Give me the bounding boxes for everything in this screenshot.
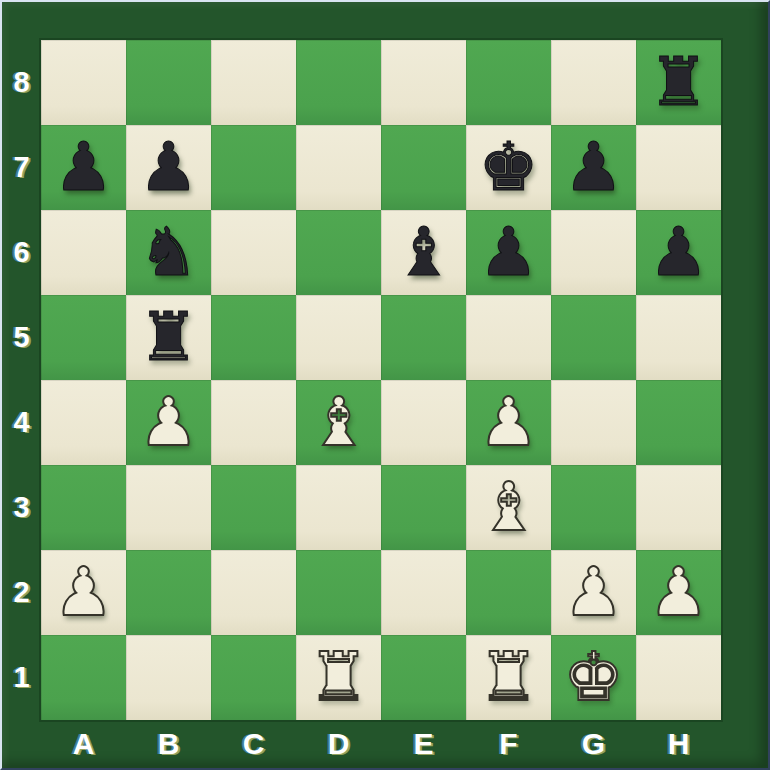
square-d3[interactable]: [296, 465, 381, 550]
file-labels: ABCDEFGH: [41, 720, 721, 768]
square-h8[interactable]: ♜: [636, 40, 721, 125]
square-f3[interactable]: ♝: [466, 465, 551, 550]
square-g6[interactable]: [551, 210, 636, 295]
square-d8[interactable]: [296, 40, 381, 125]
file-label-d: D: [296, 720, 381, 768]
square-a6[interactable]: [41, 210, 126, 295]
square-e6[interactable]: ♝: [381, 210, 466, 295]
piece-black-pawn-h6[interactable]: ♟: [648, 210, 708, 295]
square-b5[interactable]: ♜: [126, 295, 211, 380]
rank-label-3: 3: [2, 465, 41, 550]
square-b1[interactable]: [126, 635, 211, 720]
file-label-g: G: [551, 720, 636, 768]
square-a7[interactable]: ♟: [41, 125, 126, 210]
square-h3[interactable]: [636, 465, 721, 550]
piece-black-king-f7[interactable]: ♚: [478, 125, 538, 210]
square-e7[interactable]: [381, 125, 466, 210]
square-h1[interactable]: [636, 635, 721, 720]
piece-black-knight-b6[interactable]: ♞: [138, 210, 198, 295]
square-g2[interactable]: ♟: [551, 550, 636, 635]
square-h5[interactable]: [636, 295, 721, 380]
rank-label-2: 2: [2, 550, 41, 635]
file-label-a: A: [41, 720, 126, 768]
square-h4[interactable]: [636, 380, 721, 465]
square-g3[interactable]: [551, 465, 636, 550]
rank-label-6: 6: [2, 210, 41, 295]
square-f2[interactable]: [466, 550, 551, 635]
piece-white-bishop-d4[interactable]: ♝: [308, 380, 368, 465]
square-a8[interactable]: [41, 40, 126, 125]
square-d2[interactable]: [296, 550, 381, 635]
square-f8[interactable]: [466, 40, 551, 125]
square-f6[interactable]: ♟: [466, 210, 551, 295]
square-h2[interactable]: ♟: [636, 550, 721, 635]
square-e3[interactable]: [381, 465, 466, 550]
piece-white-rook-f1[interactable]: ♜: [478, 635, 538, 720]
board-frame: 87654321 ♜♟♟♚♟♞♝♟♟♜♟♝♟♝♟♟♟♜♜♚ ABCDEFGH: [0, 0, 770, 770]
square-a4[interactable]: [41, 380, 126, 465]
square-d5[interactable]: [296, 295, 381, 380]
rank-label-5: 5: [2, 295, 41, 380]
square-g8[interactable]: [551, 40, 636, 125]
piece-black-rook-b5[interactable]: ♜: [138, 295, 198, 380]
piece-black-pawn-g7[interactable]: ♟: [563, 125, 623, 210]
square-c1[interactable]: [211, 635, 296, 720]
square-f7[interactable]: ♚: [466, 125, 551, 210]
file-label-e: E: [381, 720, 466, 768]
rank-label-8: 8: [2, 40, 41, 125]
piece-black-pawn-f6[interactable]: ♟: [478, 210, 538, 295]
rank-label-4: 4: [2, 380, 41, 465]
piece-white-king-g1[interactable]: ♚: [563, 635, 623, 720]
rank-label-1: 1: [2, 635, 41, 720]
square-b7[interactable]: ♟: [126, 125, 211, 210]
piece-black-pawn-b7[interactable]: ♟: [138, 125, 198, 210]
square-d4[interactable]: ♝: [296, 380, 381, 465]
rank-label-7: 7: [2, 125, 41, 210]
piece-white-pawn-h2[interactable]: ♟: [648, 550, 708, 635]
piece-white-rook-d1[interactable]: ♜: [308, 635, 368, 720]
square-d7[interactable]: [296, 125, 381, 210]
file-label-f: F: [466, 720, 551, 768]
square-e5[interactable]: [381, 295, 466, 380]
file-label-h: H: [636, 720, 721, 768]
square-c2[interactable]: [211, 550, 296, 635]
square-c4[interactable]: [211, 380, 296, 465]
file-label-b: B: [126, 720, 211, 768]
square-c6[interactable]: [211, 210, 296, 295]
piece-black-pawn-a7[interactable]: ♟: [53, 125, 113, 210]
square-a1[interactable]: [41, 635, 126, 720]
square-f1[interactable]: ♜: [466, 635, 551, 720]
piece-white-pawn-f4[interactable]: ♟: [478, 380, 538, 465]
square-b6[interactable]: ♞: [126, 210, 211, 295]
square-c3[interactable]: [211, 465, 296, 550]
square-c5[interactable]: [211, 295, 296, 380]
board: ♜♟♟♚♟♞♝♟♟♜♟♝♟♝♟♟♟♜♜♚: [41, 40, 721, 720]
square-c7[interactable]: [211, 125, 296, 210]
square-b2[interactable]: [126, 550, 211, 635]
square-b8[interactable]: [126, 40, 211, 125]
piece-white-pawn-b4[interactable]: ♟: [138, 380, 198, 465]
square-h7[interactable]: [636, 125, 721, 210]
square-b4[interactable]: ♟: [126, 380, 211, 465]
square-g1[interactable]: ♚: [551, 635, 636, 720]
square-f4[interactable]: ♟: [466, 380, 551, 465]
square-e8[interactable]: [381, 40, 466, 125]
rank-labels: 87654321: [2, 40, 41, 720]
square-e2[interactable]: [381, 550, 466, 635]
square-g7[interactable]: ♟: [551, 125, 636, 210]
piece-black-bishop-e6[interactable]: ♝: [393, 210, 453, 295]
square-f5[interactable]: [466, 295, 551, 380]
square-d1[interactable]: ♜: [296, 635, 381, 720]
piece-white-pawn-g2[interactable]: ♟: [563, 550, 623, 635]
square-g5[interactable]: [551, 295, 636, 380]
piece-black-rook-h8[interactable]: ♜: [648, 40, 708, 125]
square-a3[interactable]: [41, 465, 126, 550]
piece-white-bishop-f3[interactable]: ♝: [478, 465, 538, 550]
square-h6[interactable]: ♟: [636, 210, 721, 295]
square-e4[interactable]: [381, 380, 466, 465]
piece-white-pawn-a2[interactable]: ♟: [53, 550, 113, 635]
square-c8[interactable]: [211, 40, 296, 125]
square-b3[interactable]: [126, 465, 211, 550]
square-a5[interactable]: [41, 295, 126, 380]
square-g4[interactable]: [551, 380, 636, 465]
square-d6[interactable]: [296, 210, 381, 295]
file-label-c: C: [211, 720, 296, 768]
square-e1[interactable]: [381, 635, 466, 720]
square-a2[interactable]: ♟: [41, 550, 126, 635]
